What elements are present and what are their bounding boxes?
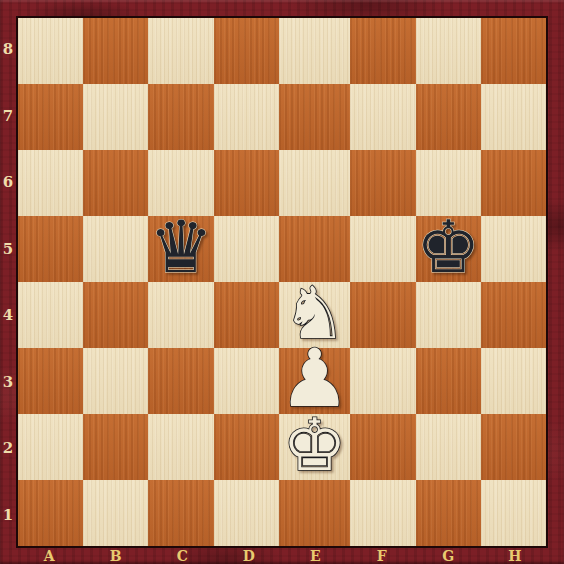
rank-label-6: 6 — [0, 149, 16, 216]
chess-app-window: 87654321 ABCDEFGH ♛♚♞♟♚ — [0, 0, 564, 564]
rank-label-3: 3 — [0, 349, 16, 416]
file-label-c: C — [149, 547, 216, 564]
square-h4[interactable] — [481, 282, 546, 348]
square-g1[interactable] — [416, 480, 481, 546]
square-a3[interactable] — [18, 348, 83, 414]
rank-label-5: 5 — [0, 216, 16, 283]
rank-label-8: 8 — [0, 16, 16, 83]
square-d6[interactable] — [214, 150, 279, 216]
square-e1[interactable] — [279, 480, 351, 546]
square-d4[interactable] — [214, 282, 279, 348]
square-c3[interactable] — [148, 348, 213, 414]
square-g3[interactable] — [416, 348, 481, 414]
square-a8[interactable] — [18, 18, 83, 84]
file-label-h: H — [482, 547, 549, 564]
file-labels: ABCDEFGH — [16, 547, 548, 564]
file-label-f: F — [349, 547, 416, 564]
square-f7[interactable] — [350, 84, 415, 150]
square-c2[interactable] — [148, 414, 213, 480]
file-label-a: A — [16, 547, 83, 564]
square-d1[interactable] — [214, 480, 279, 546]
square-d3[interactable] — [214, 348, 279, 414]
square-a1[interactable] — [18, 480, 83, 546]
square-b8[interactable] — [83, 18, 148, 84]
rank-label-2: 2 — [0, 415, 16, 482]
square-a2[interactable] — [18, 414, 83, 480]
square-h3[interactable] — [481, 348, 546, 414]
square-d7[interactable] — [214, 84, 279, 150]
white-king[interactable]: ♚ — [282, 412, 347, 478]
rank-label-4: 4 — [0, 282, 16, 349]
square-f1[interactable] — [350, 480, 415, 546]
square-c1[interactable] — [148, 480, 213, 546]
square-g8[interactable] — [416, 18, 481, 84]
file-label-g: G — [415, 547, 482, 564]
black-queen[interactable]: ♛ — [149, 214, 214, 280]
square-f2[interactable] — [350, 414, 415, 480]
square-b2[interactable] — [83, 414, 148, 480]
square-g5[interactable]: ♚ — [416, 216, 481, 282]
square-h2[interactable] — [481, 414, 546, 480]
file-label-b: B — [83, 547, 150, 564]
square-h7[interactable] — [481, 84, 546, 150]
square-d2[interactable] — [214, 414, 279, 480]
square-d5[interactable] — [214, 216, 279, 282]
square-a5[interactable] — [18, 216, 83, 282]
black-king[interactable]: ♚ — [416, 214, 481, 280]
rank-label-7: 7 — [0, 83, 16, 150]
square-c8[interactable] — [148, 18, 213, 84]
square-e7[interactable] — [279, 84, 351, 150]
square-b3[interactable] — [83, 348, 148, 414]
square-b4[interactable] — [83, 282, 148, 348]
square-c7[interactable] — [148, 84, 213, 150]
square-g7[interactable] — [416, 84, 481, 150]
square-f5[interactable] — [350, 216, 415, 282]
square-e6[interactable] — [279, 150, 351, 216]
square-h8[interactable] — [481, 18, 546, 84]
square-a7[interactable] — [18, 84, 83, 150]
square-a6[interactable] — [18, 150, 83, 216]
square-h5[interactable] — [481, 216, 546, 282]
square-a4[interactable] — [18, 282, 83, 348]
square-f4[interactable] — [350, 282, 415, 348]
square-c5[interactable]: ♛ — [148, 216, 213, 282]
square-b5[interactable] — [83, 216, 148, 282]
square-f8[interactable] — [350, 18, 415, 84]
square-h1[interactable] — [481, 480, 546, 546]
square-e8[interactable] — [279, 18, 351, 84]
file-label-e: E — [282, 547, 349, 564]
file-label-d: D — [216, 547, 283, 564]
square-b1[interactable] — [83, 480, 148, 546]
square-g4[interactable] — [416, 282, 481, 348]
rank-label-1: 1 — [0, 482, 16, 549]
square-b6[interactable] — [83, 150, 148, 216]
square-g2[interactable] — [416, 414, 481, 480]
square-e2[interactable]: ♚ — [279, 414, 351, 480]
rank-labels: 87654321 — [0, 16, 16, 548]
square-b7[interactable] — [83, 84, 148, 150]
square-f6[interactable] — [350, 150, 415, 216]
square-d8[interactable] — [214, 18, 279, 84]
square-f3[interactable] — [350, 348, 415, 414]
chess-board: ♛♚♞♟♚ — [16, 16, 548, 548]
square-c4[interactable] — [148, 282, 213, 348]
square-h6[interactable] — [481, 150, 546, 216]
